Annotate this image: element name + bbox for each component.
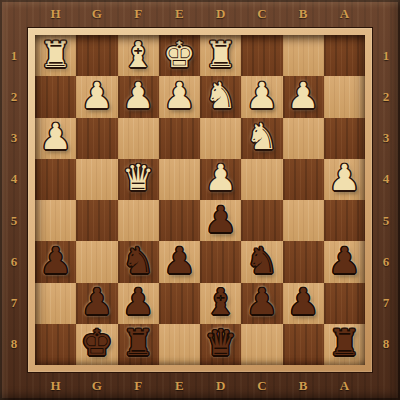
piece-black-bishop-d7[interactable]: ♝ xyxy=(204,284,236,320)
piece-black-knight-f6[interactable]: ♞ xyxy=(122,243,154,279)
square-g7[interactable]: ♟ xyxy=(76,283,117,324)
square-b7[interactable]: ♟ xyxy=(283,283,324,324)
piece-black-pawn-b7[interactable]: ♟ xyxy=(287,284,319,320)
square-b6[interactable] xyxy=(283,241,324,282)
file-label-a: A xyxy=(324,372,365,400)
piece-white-bishop-f1[interactable]: ♝ xyxy=(122,37,154,73)
file-label-b: B xyxy=(283,372,324,400)
file-label-f: F xyxy=(118,0,159,28)
piece-white-pawn-d4[interactable]: ♟ xyxy=(204,160,236,196)
square-b5[interactable] xyxy=(283,200,324,241)
file-label-e: E xyxy=(159,372,200,400)
square-a2[interactable] xyxy=(324,76,365,117)
piece-white-pawn-b2[interactable]: ♟ xyxy=(287,78,319,114)
square-a4[interactable]: ♟ xyxy=(324,159,365,200)
square-d1[interactable]: ♜ xyxy=(200,35,241,76)
piece-black-pawn-g7[interactable]: ♟ xyxy=(81,284,113,320)
piece-black-pawn-f7[interactable]: ♟ xyxy=(122,284,154,320)
file-label-h: H xyxy=(35,0,76,28)
square-c8[interactable] xyxy=(241,324,282,365)
rank-label-8: 8 xyxy=(0,324,28,365)
square-f5[interactable] xyxy=(118,200,159,241)
piece-white-knight-d2[interactable]: ♞ xyxy=(204,78,236,114)
rank-label-6: 6 xyxy=(0,241,28,282)
square-h5[interactable] xyxy=(35,200,76,241)
square-c6[interactable]: ♞ xyxy=(241,241,282,282)
piece-black-pawn-a6[interactable]: ♟ xyxy=(328,243,360,279)
file-label-e: E xyxy=(159,0,200,28)
rank-label-7: 7 xyxy=(0,283,28,324)
square-e2[interactable]: ♟ xyxy=(159,76,200,117)
square-h6[interactable]: ♟ xyxy=(35,241,76,282)
square-f8[interactable]: ♜ xyxy=(118,324,159,365)
piece-black-pawn-e6[interactable]: ♟ xyxy=(163,243,195,279)
square-d7[interactable]: ♝ xyxy=(200,283,241,324)
file-label-g: G xyxy=(76,372,117,400)
file-label-h: H xyxy=(35,372,76,400)
piece-black-king-g8[interactable]: ♚ xyxy=(81,325,113,361)
square-f1[interactable]: ♝ xyxy=(118,35,159,76)
square-b8[interactable] xyxy=(283,324,324,365)
square-h8[interactable] xyxy=(35,324,76,365)
square-f4[interactable]: ♛ xyxy=(118,159,159,200)
square-h7[interactable] xyxy=(35,283,76,324)
rank-label-2: 2 xyxy=(0,76,28,117)
piece-black-rook-f8[interactable]: ♜ xyxy=(122,325,154,361)
square-d8[interactable]: ♛ xyxy=(200,324,241,365)
file-label-c: C xyxy=(241,0,282,28)
square-g3[interactable] xyxy=(76,118,117,159)
rank-label-1: 1 xyxy=(372,35,400,76)
square-a6[interactable]: ♟ xyxy=(324,241,365,282)
square-f3[interactable] xyxy=(118,118,159,159)
rank-label-1: 1 xyxy=(0,35,28,76)
rank-label-5: 5 xyxy=(0,200,28,241)
square-d3[interactable] xyxy=(200,118,241,159)
square-e5[interactable] xyxy=(159,200,200,241)
square-g1[interactable] xyxy=(76,35,117,76)
square-h4[interactable] xyxy=(35,159,76,200)
file-label-g: G xyxy=(76,0,117,28)
square-c3[interactable]: ♞ xyxy=(241,118,282,159)
square-h1[interactable]: ♜ xyxy=(35,35,76,76)
piece-white-pawn-h3[interactable]: ♟ xyxy=(39,119,71,155)
square-c1[interactable] xyxy=(241,35,282,76)
piece-white-pawn-g2[interactable]: ♟ xyxy=(81,78,113,114)
square-d5[interactable]: ♟ xyxy=(200,200,241,241)
square-d4[interactable]: ♟ xyxy=(200,159,241,200)
square-e3[interactable] xyxy=(159,118,200,159)
piece-white-pawn-e2[interactable]: ♟ xyxy=(163,78,195,114)
square-b4[interactable] xyxy=(283,159,324,200)
square-g4[interactable] xyxy=(76,159,117,200)
square-a3[interactable] xyxy=(324,118,365,159)
file-label-d: D xyxy=(200,0,241,28)
square-c2[interactable]: ♟ xyxy=(241,76,282,117)
square-h3[interactable]: ♟ xyxy=(35,118,76,159)
rank-label-5: 5 xyxy=(372,200,400,241)
piece-white-pawn-c2[interactable]: ♟ xyxy=(246,78,278,114)
square-g8[interactable]: ♚ xyxy=(76,324,117,365)
file-label-a: A xyxy=(324,0,365,28)
square-f2[interactable]: ♟ xyxy=(118,76,159,117)
rank-label-8: 8 xyxy=(372,324,400,365)
square-b1[interactable] xyxy=(283,35,324,76)
square-d2[interactable]: ♞ xyxy=(200,76,241,117)
square-b3[interactable] xyxy=(283,118,324,159)
rank-label-4: 4 xyxy=(372,159,400,200)
piece-white-king-e1[interactable]: ♚ xyxy=(163,37,195,73)
square-g2[interactable]: ♟ xyxy=(76,76,117,117)
chess-app-window: HGFEDCBA HGFEDCBA 12345678 12345678 ♜♝♚♜… xyxy=(0,0,400,400)
board-bevel-frame: ♜♝♚♜♟♟♟♞♟♟♟♞♛♟♟♟♟♞♟♞♟♟♟♝♟♟♚♜♛♜ xyxy=(28,28,372,372)
piece-black-pawn-h6[interactable]: ♟ xyxy=(39,243,71,279)
square-g6[interactable] xyxy=(76,241,117,282)
piece-black-knight-c6[interactable]: ♞ xyxy=(246,243,278,279)
piece-black-rook-a8[interactable]: ♜ xyxy=(328,325,360,361)
rank-label-4: 4 xyxy=(0,159,28,200)
rank-label-3: 3 xyxy=(0,118,28,159)
piece-white-queen-f4[interactable]: ♛ xyxy=(122,160,154,196)
piece-white-rook-h1[interactable]: ♜ xyxy=(39,37,71,73)
rank-label-7: 7 xyxy=(372,283,400,324)
square-a5[interactable] xyxy=(324,200,365,241)
rank-labels-right: 12345678 xyxy=(372,35,400,365)
square-e4[interactable] xyxy=(159,159,200,200)
piece-black-queen-d8[interactable]: ♛ xyxy=(204,325,236,361)
piece-white-pawn-a4[interactable]: ♟ xyxy=(328,160,360,196)
file-label-c: C xyxy=(241,372,282,400)
file-labels-bottom: HGFEDCBA xyxy=(35,372,365,400)
square-g5[interactable] xyxy=(76,200,117,241)
file-label-b: B xyxy=(283,0,324,28)
square-a8[interactable]: ♜ xyxy=(324,324,365,365)
square-f7[interactable]: ♟ xyxy=(118,283,159,324)
square-c7[interactable]: ♟ xyxy=(241,283,282,324)
square-e6[interactable]: ♟ xyxy=(159,241,200,282)
square-b2[interactable]: ♟ xyxy=(283,76,324,117)
square-f6[interactable]: ♞ xyxy=(118,241,159,282)
piece-white-knight-c3[interactable]: ♞ xyxy=(246,119,278,155)
square-a7[interactable] xyxy=(324,283,365,324)
piece-white-rook-d1[interactable]: ♜ xyxy=(204,37,236,73)
file-label-f: F xyxy=(118,372,159,400)
square-d6[interactable] xyxy=(200,241,241,282)
rank-label-6: 6 xyxy=(372,241,400,282)
piece-white-pawn-f2[interactable]: ♟ xyxy=(122,78,154,114)
square-a1[interactable] xyxy=(324,35,365,76)
square-e1[interactable]: ♚ xyxy=(159,35,200,76)
square-c5[interactable] xyxy=(241,200,282,241)
piece-black-pawn-c7[interactable]: ♟ xyxy=(246,284,278,320)
file-labels-top: HGFEDCBA xyxy=(35,0,365,28)
square-c4[interactable] xyxy=(241,159,282,200)
square-e8[interactable] xyxy=(159,324,200,365)
rank-labels-left: 12345678 xyxy=(0,35,28,365)
file-label-d: D xyxy=(200,372,241,400)
chess-board: ♜♝♚♜♟♟♟♞♟♟♟♞♛♟♟♟♟♞♟♞♟♟♟♝♟♟♚♜♛♜ xyxy=(35,35,365,365)
rank-label-3: 3 xyxy=(372,118,400,159)
piece-black-pawn-d5[interactable]: ♟ xyxy=(204,202,236,238)
rank-label-2: 2 xyxy=(372,76,400,117)
square-e7[interactable] xyxy=(159,283,200,324)
square-h2[interactable] xyxy=(35,76,76,117)
